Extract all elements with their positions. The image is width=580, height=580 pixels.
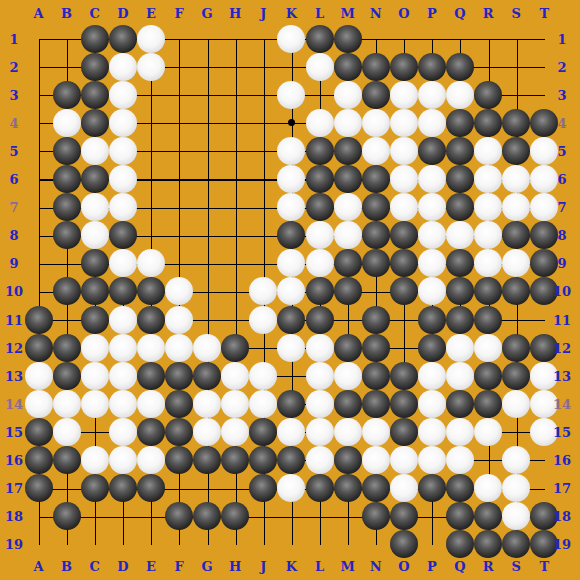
intersection-Q12[interactable] (446, 334, 474, 362)
intersection-Q15[interactable] (446, 418, 474, 446)
intersection-C13[interactable] (81, 362, 109, 390)
intersection-C8[interactable] (81, 221, 109, 249)
intersection-Q4[interactable] (446, 109, 474, 137)
intersection-G6[interactable] (193, 165, 221, 193)
intersection-J4[interactable] (249, 109, 277, 137)
intersection-F1[interactable] (165, 25, 193, 53)
intersection-O10[interactable] (390, 277, 418, 305)
intersection-B13[interactable] (53, 362, 81, 390)
intersection-L11[interactable] (306, 306, 334, 334)
intersection-S2[interactable] (502, 53, 530, 81)
intersection-M19[interactable] (334, 530, 362, 558)
intersection-G16[interactable] (193, 446, 221, 474)
intersection-H7[interactable] (221, 193, 249, 221)
intersection-H17[interactable] (221, 474, 249, 502)
intersection-D9[interactable] (109, 249, 137, 277)
intersection-B1[interactable] (53, 25, 81, 53)
intersection-R19[interactable] (474, 530, 502, 558)
intersection-K14[interactable] (277, 390, 305, 418)
intersection-R2[interactable] (474, 53, 502, 81)
intersection-L15[interactable] (306, 418, 334, 446)
intersection-Q11[interactable] (446, 306, 474, 334)
intersection-L12[interactable] (306, 334, 334, 362)
intersection-Q19[interactable] (446, 530, 474, 558)
intersection-K19[interactable] (277, 530, 305, 558)
intersection-N5[interactable] (362, 137, 390, 165)
intersection-B19[interactable] (53, 530, 81, 558)
intersection-S8[interactable] (502, 221, 530, 249)
intersection-L19[interactable] (306, 530, 334, 558)
intersection-G17[interactable] (193, 474, 221, 502)
intersection-R8[interactable] (474, 221, 502, 249)
intersection-H3[interactable] (221, 81, 249, 109)
intersection-A4[interactable] (25, 109, 53, 137)
intersection-E13[interactable] (137, 362, 165, 390)
intersection-T3[interactable] (530, 81, 558, 109)
intersection-C3[interactable] (81, 81, 109, 109)
intersection-S9[interactable] (502, 249, 530, 277)
intersection-D2[interactable] (109, 53, 137, 81)
intersection-H6[interactable] (221, 165, 249, 193)
intersection-A19[interactable] (25, 530, 53, 558)
intersection-M12[interactable] (334, 334, 362, 362)
intersection-B11[interactable] (53, 306, 81, 334)
intersection-S18[interactable] (502, 502, 530, 530)
intersection-T5[interactable] (530, 137, 558, 165)
intersection-E19[interactable] (137, 530, 165, 558)
intersection-N16[interactable] (362, 446, 390, 474)
intersection-A8[interactable] (25, 221, 53, 249)
intersection-J14[interactable] (249, 390, 277, 418)
intersection-D15[interactable] (109, 418, 137, 446)
intersection-F7[interactable] (165, 193, 193, 221)
intersection-R13[interactable] (474, 362, 502, 390)
intersection-D12[interactable] (109, 334, 137, 362)
intersection-E8[interactable] (137, 221, 165, 249)
intersection-T7[interactable] (530, 193, 558, 221)
intersection-O2[interactable] (390, 53, 418, 81)
intersection-E4[interactable] (137, 109, 165, 137)
intersection-D19[interactable] (109, 530, 137, 558)
intersection-K15[interactable] (277, 418, 305, 446)
intersection-G18[interactable] (193, 502, 221, 530)
intersection-P19[interactable] (418, 530, 446, 558)
intersection-N1[interactable] (362, 25, 390, 53)
intersection-Q14[interactable] (446, 390, 474, 418)
intersection-S13[interactable] (502, 362, 530, 390)
intersection-H12[interactable] (221, 334, 249, 362)
intersection-P7[interactable] (418, 193, 446, 221)
intersection-D10[interactable] (109, 277, 137, 305)
intersection-L16[interactable] (306, 446, 334, 474)
intersection-C16[interactable] (81, 446, 109, 474)
intersection-D5[interactable] (109, 137, 137, 165)
intersection-G4[interactable] (193, 109, 221, 137)
intersection-H9[interactable] (221, 249, 249, 277)
intersection-E1[interactable] (137, 25, 165, 53)
intersection-D3[interactable] (109, 81, 137, 109)
intersection-L1[interactable] (306, 25, 334, 53)
intersection-Q3[interactable] (446, 81, 474, 109)
intersection-D1[interactable] (109, 25, 137, 53)
intersection-F5[interactable] (165, 137, 193, 165)
intersection-E14[interactable] (137, 390, 165, 418)
intersection-A17[interactable] (25, 474, 53, 502)
intersection-F13[interactable] (165, 362, 193, 390)
intersection-K12[interactable] (277, 334, 305, 362)
intersection-Q7[interactable] (446, 193, 474, 221)
intersection-L7[interactable] (306, 193, 334, 221)
intersection-E10[interactable] (137, 277, 165, 305)
intersection-M5[interactable] (334, 137, 362, 165)
intersection-T9[interactable] (530, 249, 558, 277)
intersection-K10[interactable] (277, 277, 305, 305)
intersection-K13[interactable] (277, 362, 305, 390)
intersection-J18[interactable] (249, 502, 277, 530)
intersection-M3[interactable] (334, 81, 362, 109)
intersection-B14[interactable] (53, 390, 81, 418)
intersection-M10[interactable] (334, 277, 362, 305)
intersection-N8[interactable] (362, 221, 390, 249)
intersection-H18[interactable] (221, 502, 249, 530)
intersection-G11[interactable] (193, 306, 221, 334)
intersection-S11[interactable] (502, 306, 530, 334)
intersection-L13[interactable] (306, 362, 334, 390)
intersection-F4[interactable] (165, 109, 193, 137)
intersection-F19[interactable] (165, 530, 193, 558)
intersection-H15[interactable] (221, 418, 249, 446)
intersection-R15[interactable] (474, 418, 502, 446)
intersection-G19[interactable] (193, 530, 221, 558)
intersection-P8[interactable] (418, 221, 446, 249)
intersection-R3[interactable] (474, 81, 502, 109)
intersection-F10[interactable] (165, 277, 193, 305)
intersection-N19[interactable] (362, 530, 390, 558)
intersection-J19[interactable] (249, 530, 277, 558)
intersection-F12[interactable] (165, 334, 193, 362)
intersection-E16[interactable] (137, 446, 165, 474)
intersection-Q16[interactable] (446, 446, 474, 474)
intersection-A11[interactable] (25, 306, 53, 334)
intersection-S17[interactable] (502, 474, 530, 502)
intersection-T6[interactable] (530, 165, 558, 193)
intersection-O7[interactable] (390, 193, 418, 221)
intersection-K18[interactable] (277, 502, 305, 530)
intersection-C6[interactable] (81, 165, 109, 193)
intersection-G10[interactable] (193, 277, 221, 305)
intersection-M16[interactable] (334, 446, 362, 474)
intersection-C4[interactable] (81, 109, 109, 137)
intersection-D6[interactable] (109, 165, 137, 193)
intersection-A9[interactable] (25, 249, 53, 277)
intersection-F15[interactable] (165, 418, 193, 446)
intersection-L18[interactable] (306, 502, 334, 530)
intersection-L4[interactable] (306, 109, 334, 137)
intersection-K11[interactable] (277, 306, 305, 334)
intersection-P13[interactable] (418, 362, 446, 390)
intersection-H11[interactable] (221, 306, 249, 334)
intersection-R16[interactable] (474, 446, 502, 474)
intersection-G3[interactable] (193, 81, 221, 109)
intersection-E6[interactable] (137, 165, 165, 193)
intersection-L5[interactable] (306, 137, 334, 165)
intersection-C12[interactable] (81, 334, 109, 362)
intersection-Q10[interactable] (446, 277, 474, 305)
intersection-Q2[interactable] (446, 53, 474, 81)
intersection-E17[interactable] (137, 474, 165, 502)
intersection-B4[interactable] (53, 109, 81, 137)
intersection-H1[interactable] (221, 25, 249, 53)
intersection-G14[interactable] (193, 390, 221, 418)
intersection-L3[interactable] (306, 81, 334, 109)
intersection-R6[interactable] (474, 165, 502, 193)
intersection-P14[interactable] (418, 390, 446, 418)
intersection-M14[interactable] (334, 390, 362, 418)
intersection-H16[interactable] (221, 446, 249, 474)
intersection-G8[interactable] (193, 221, 221, 249)
intersection-N13[interactable] (362, 362, 390, 390)
intersection-P4[interactable] (418, 109, 446, 137)
intersection-K6[interactable] (277, 165, 305, 193)
intersection-D7[interactable] (109, 193, 137, 221)
intersection-H14[interactable] (221, 390, 249, 418)
intersection-P12[interactable] (418, 334, 446, 362)
intersection-R7[interactable] (474, 193, 502, 221)
intersection-S10[interactable] (502, 277, 530, 305)
intersection-P9[interactable] (418, 249, 446, 277)
intersection-R1[interactable] (474, 25, 502, 53)
intersection-N10[interactable] (362, 277, 390, 305)
intersection-E12[interactable] (137, 334, 165, 362)
intersection-F2[interactable] (165, 53, 193, 81)
intersection-B15[interactable] (53, 418, 81, 446)
intersection-J10[interactable] (249, 277, 277, 305)
intersection-G7[interactable] (193, 193, 221, 221)
intersection-N15[interactable] (362, 418, 390, 446)
intersection-A14[interactable] (25, 390, 53, 418)
intersection-O19[interactable] (390, 530, 418, 558)
intersection-J3[interactable] (249, 81, 277, 109)
intersection-J9[interactable] (249, 249, 277, 277)
intersection-Q9[interactable] (446, 249, 474, 277)
intersection-C1[interactable] (81, 25, 109, 53)
intersection-P1[interactable] (418, 25, 446, 53)
intersection-G12[interactable] (193, 334, 221, 362)
intersection-B12[interactable] (53, 334, 81, 362)
intersection-B6[interactable] (53, 165, 81, 193)
intersection-F16[interactable] (165, 446, 193, 474)
intersection-K3[interactable] (277, 81, 305, 109)
intersection-G1[interactable] (193, 25, 221, 53)
intersection-R10[interactable] (474, 277, 502, 305)
intersection-T8[interactable] (530, 221, 558, 249)
intersection-C7[interactable] (81, 193, 109, 221)
intersection-J7[interactable] (249, 193, 277, 221)
intersection-B3[interactable] (53, 81, 81, 109)
intersection-O12[interactable] (390, 334, 418, 362)
intersection-D13[interactable] (109, 362, 137, 390)
intersection-Q18[interactable] (446, 502, 474, 530)
intersection-R14[interactable] (474, 390, 502, 418)
intersection-F3[interactable] (165, 81, 193, 109)
intersection-Q6[interactable] (446, 165, 474, 193)
intersection-E18[interactable] (137, 502, 165, 530)
intersection-Q13[interactable] (446, 362, 474, 390)
intersection-J5[interactable] (249, 137, 277, 165)
intersection-B7[interactable] (53, 193, 81, 221)
intersection-T2[interactable] (530, 53, 558, 81)
intersection-H8[interactable] (221, 221, 249, 249)
intersection-G2[interactable] (193, 53, 221, 81)
intersection-O15[interactable] (390, 418, 418, 446)
intersection-M2[interactable] (334, 53, 362, 81)
intersection-P17[interactable] (418, 474, 446, 502)
intersection-C10[interactable] (81, 277, 109, 305)
intersection-G9[interactable] (193, 249, 221, 277)
intersection-H5[interactable] (221, 137, 249, 165)
intersection-J15[interactable] (249, 418, 277, 446)
intersection-N12[interactable] (362, 334, 390, 362)
intersection-A15[interactable] (25, 418, 53, 446)
intersection-M6[interactable] (334, 165, 362, 193)
intersection-M11[interactable] (334, 306, 362, 334)
intersection-S4[interactable] (502, 109, 530, 137)
intersection-L9[interactable] (306, 249, 334, 277)
intersection-P16[interactable] (418, 446, 446, 474)
intersection-J6[interactable] (249, 165, 277, 193)
intersection-P18[interactable] (418, 502, 446, 530)
intersection-M7[interactable] (334, 193, 362, 221)
intersection-L8[interactable] (306, 221, 334, 249)
intersection-N4[interactable] (362, 109, 390, 137)
intersection-B17[interactable] (53, 474, 81, 502)
intersection-N7[interactable] (362, 193, 390, 221)
intersection-A6[interactable] (25, 165, 53, 193)
intersection-A1[interactable] (25, 25, 53, 53)
intersection-S6[interactable] (502, 165, 530, 193)
intersection-S1[interactable] (502, 25, 530, 53)
intersection-R5[interactable] (474, 137, 502, 165)
intersection-B2[interactable] (53, 53, 81, 81)
intersection-T4[interactable] (530, 109, 558, 137)
intersection-O8[interactable] (390, 221, 418, 249)
intersection-M17[interactable] (334, 474, 362, 502)
intersection-B18[interactable] (53, 502, 81, 530)
intersection-E9[interactable] (137, 249, 165, 277)
intersection-J16[interactable] (249, 446, 277, 474)
intersection-M9[interactable] (334, 249, 362, 277)
intersection-K4[interactable] (277, 109, 305, 137)
intersection-O18[interactable] (390, 502, 418, 530)
intersection-G13[interactable] (193, 362, 221, 390)
intersection-S12[interactable] (502, 334, 530, 362)
intersection-N18[interactable] (362, 502, 390, 530)
intersection-C2[interactable] (81, 53, 109, 81)
intersection-L6[interactable] (306, 165, 334, 193)
intersection-J17[interactable] (249, 474, 277, 502)
intersection-J12[interactable] (249, 334, 277, 362)
intersection-C9[interactable] (81, 249, 109, 277)
intersection-A12[interactable] (25, 334, 53, 362)
intersection-A10[interactable] (25, 277, 53, 305)
intersection-Q17[interactable] (446, 474, 474, 502)
intersection-N17[interactable] (362, 474, 390, 502)
intersection-K17[interactable] (277, 474, 305, 502)
intersection-R9[interactable] (474, 249, 502, 277)
intersection-B16[interactable] (53, 446, 81, 474)
intersection-A2[interactable] (25, 53, 53, 81)
intersection-E2[interactable] (137, 53, 165, 81)
intersection-R4[interactable] (474, 109, 502, 137)
intersection-M18[interactable] (334, 502, 362, 530)
intersection-C11[interactable] (81, 306, 109, 334)
intersection-R12[interactable] (474, 334, 502, 362)
intersection-A18[interactable] (25, 502, 53, 530)
intersection-F18[interactable] (165, 502, 193, 530)
intersection-K9[interactable] (277, 249, 305, 277)
intersection-P2[interactable] (418, 53, 446, 81)
intersection-A13[interactable] (25, 362, 53, 390)
intersection-N14[interactable] (362, 390, 390, 418)
intersection-N11[interactable] (362, 306, 390, 334)
intersection-C5[interactable] (81, 137, 109, 165)
intersection-S14[interactable] (502, 390, 530, 418)
intersection-O16[interactable] (390, 446, 418, 474)
intersection-B10[interactable] (53, 277, 81, 305)
intersection-M1[interactable] (334, 25, 362, 53)
intersection-S5[interactable] (502, 137, 530, 165)
intersection-K16[interactable] (277, 446, 305, 474)
intersection-F6[interactable] (165, 165, 193, 193)
intersection-P3[interactable] (418, 81, 446, 109)
intersection-A5[interactable] (25, 137, 53, 165)
intersection-P6[interactable] (418, 165, 446, 193)
intersection-N9[interactable] (362, 249, 390, 277)
intersection-G5[interactable] (193, 137, 221, 165)
intersection-D16[interactable] (109, 446, 137, 474)
intersection-J11[interactable] (249, 306, 277, 334)
intersection-O11[interactable] (390, 306, 418, 334)
intersection-A3[interactable] (25, 81, 53, 109)
intersection-T1[interactable] (530, 25, 558, 53)
intersection-R17[interactable] (474, 474, 502, 502)
intersection-D4[interactable] (109, 109, 137, 137)
intersection-J1[interactable] (249, 25, 277, 53)
intersection-P10[interactable] (418, 277, 446, 305)
intersection-Q1[interactable] (446, 25, 474, 53)
intersection-J2[interactable] (249, 53, 277, 81)
intersection-E15[interactable] (137, 418, 165, 446)
intersection-R11[interactable] (474, 306, 502, 334)
intersection-O3[interactable] (390, 81, 418, 109)
intersection-F9[interactable] (165, 249, 193, 277)
intersection-M8[interactable] (334, 221, 362, 249)
intersection-D14[interactable] (109, 390, 137, 418)
intersection-K8[interactable] (277, 221, 305, 249)
intersection-M4[interactable] (334, 109, 362, 137)
intersection-S15[interactable] (502, 418, 530, 446)
intersection-S19[interactable] (502, 530, 530, 558)
intersection-E5[interactable] (137, 137, 165, 165)
intersection-D18[interactable] (109, 502, 137, 530)
intersection-F11[interactable] (165, 306, 193, 334)
intersection-A16[interactable] (25, 446, 53, 474)
intersection-L2[interactable] (306, 53, 334, 81)
intersection-O14[interactable] (390, 390, 418, 418)
intersection-O17[interactable] (390, 474, 418, 502)
intersection-H10[interactable] (221, 277, 249, 305)
intersection-Q5[interactable] (446, 137, 474, 165)
